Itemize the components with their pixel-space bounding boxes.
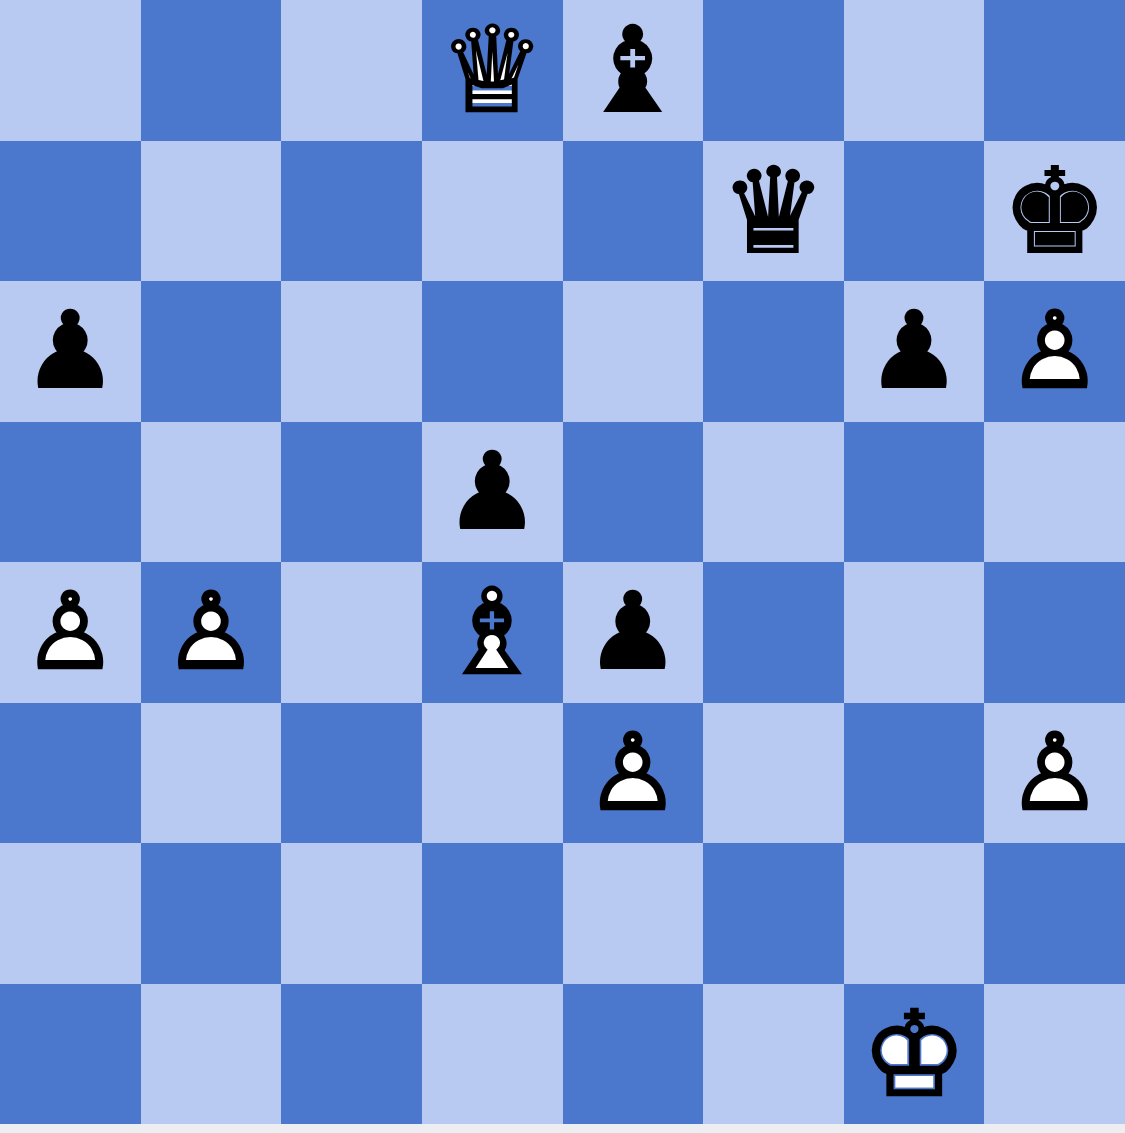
square-a6[interactable]: ♟ xyxy=(0,281,141,422)
square-c1[interactable] xyxy=(281,984,422,1125)
square-g3[interactable] xyxy=(844,703,985,844)
square-a3[interactable] xyxy=(0,703,141,844)
square-e7[interactable] xyxy=(563,141,704,282)
square-e5[interactable] xyxy=(563,422,704,563)
piece-black-bishop[interactable]: ♝ xyxy=(563,0,704,141)
piece-white-bishop[interactable]: ♝♗ xyxy=(422,562,563,703)
square-f1[interactable] xyxy=(703,984,844,1125)
square-g1[interactable]: ♚♔ xyxy=(844,984,985,1125)
square-a5[interactable] xyxy=(0,422,141,563)
black-king-icon: ♚ xyxy=(984,141,1125,282)
square-a7[interactable] xyxy=(0,141,141,282)
square-b2[interactable] xyxy=(141,843,282,984)
square-h7[interactable]: ♚ xyxy=(984,141,1125,282)
square-h6[interactable]: ♟♙ xyxy=(984,281,1125,422)
square-f4[interactable] xyxy=(703,562,844,703)
square-b7[interactable] xyxy=(141,141,282,282)
square-c2[interactable] xyxy=(281,843,422,984)
chess-board: ♛♕♝♛♚♟♟♟♙♟♟♙♟♙♝♗♟♟♙♟♙♚♔ xyxy=(0,0,1125,1124)
square-d6[interactable] xyxy=(422,281,563,422)
square-g8[interactable] xyxy=(844,0,985,141)
square-f3[interactable] xyxy=(703,703,844,844)
square-a2[interactable] xyxy=(0,843,141,984)
square-h3[interactable]: ♟♙ xyxy=(984,703,1125,844)
white-pawn-outline-icon: ♙ xyxy=(984,703,1125,844)
piece-black-pawn[interactable]: ♟ xyxy=(563,562,704,703)
piece-white-pawn[interactable]: ♟♙ xyxy=(0,562,141,703)
piece-black-pawn[interactable]: ♟ xyxy=(422,422,563,563)
square-a4[interactable]: ♟♙ xyxy=(0,562,141,703)
piece-black-pawn[interactable]: ♟ xyxy=(0,281,141,422)
square-a1[interactable] xyxy=(0,984,141,1125)
square-c4[interactable] xyxy=(281,562,422,703)
white-king-outline-icon: ♔ xyxy=(844,984,985,1125)
piece-white-pawn[interactable]: ♟♙ xyxy=(984,703,1125,844)
black-pawn-icon: ♟ xyxy=(844,281,985,422)
square-c5[interactable] xyxy=(281,422,422,563)
piece-black-pawn[interactable]: ♟ xyxy=(844,281,985,422)
black-queen-icon: ♛ xyxy=(703,141,844,282)
square-f2[interactable] xyxy=(703,843,844,984)
square-f7[interactable]: ♛ xyxy=(703,141,844,282)
piece-white-pawn[interactable]: ♟♙ xyxy=(563,703,704,844)
square-a8[interactable] xyxy=(0,0,141,141)
square-c6[interactable] xyxy=(281,281,422,422)
square-d1[interactable] xyxy=(422,984,563,1125)
square-e3[interactable]: ♟♙ xyxy=(563,703,704,844)
chess-app-viewport: ♛♕♝♛♚♟♟♟♙♟♟♙♟♙♝♗♟♟♙♟♙♚♔ xyxy=(0,0,1125,1133)
square-g2[interactable] xyxy=(844,843,985,984)
square-b5[interactable] xyxy=(141,422,282,563)
piece-black-queen[interactable]: ♛ xyxy=(703,141,844,282)
square-f5[interactable] xyxy=(703,422,844,563)
square-f6[interactable] xyxy=(703,281,844,422)
piece-white-queen[interactable]: ♛♕ xyxy=(422,0,563,141)
square-e1[interactable] xyxy=(563,984,704,1125)
black-pawn-icon: ♟ xyxy=(422,422,563,563)
square-c3[interactable] xyxy=(281,703,422,844)
white-pawn-outline-icon: ♙ xyxy=(0,562,141,703)
piece-white-pawn[interactable]: ♟♙ xyxy=(141,562,282,703)
square-d4[interactable]: ♝♗ xyxy=(422,562,563,703)
piece-white-king[interactable]: ♚♔ xyxy=(844,984,985,1125)
square-g4[interactable] xyxy=(844,562,985,703)
square-d3[interactable] xyxy=(422,703,563,844)
square-e6[interactable] xyxy=(563,281,704,422)
square-h8[interactable] xyxy=(984,0,1125,141)
square-c7[interactable] xyxy=(281,141,422,282)
white-pawn-outline-icon: ♙ xyxy=(563,703,704,844)
square-d8[interactable]: ♛♕ xyxy=(422,0,563,141)
square-e4[interactable]: ♟ xyxy=(563,562,704,703)
square-h2[interactable] xyxy=(984,843,1125,984)
square-e8[interactable]: ♝ xyxy=(563,0,704,141)
square-g7[interactable] xyxy=(844,141,985,282)
square-b6[interactable] xyxy=(141,281,282,422)
square-b3[interactable] xyxy=(141,703,282,844)
square-d7[interactable] xyxy=(422,141,563,282)
square-b8[interactable] xyxy=(141,0,282,141)
square-h5[interactable] xyxy=(984,422,1125,563)
square-h1[interactable] xyxy=(984,984,1125,1125)
square-d5[interactable]: ♟ xyxy=(422,422,563,563)
piece-black-king[interactable]: ♚ xyxy=(984,141,1125,282)
square-g5[interactable] xyxy=(844,422,985,563)
white-pawn-outline-icon: ♙ xyxy=(141,562,282,703)
square-b1[interactable] xyxy=(141,984,282,1125)
white-pawn-outline-icon: ♙ xyxy=(984,281,1125,422)
piece-white-pawn[interactable]: ♟♙ xyxy=(984,281,1125,422)
square-b4[interactable]: ♟♙ xyxy=(141,562,282,703)
page-bottom-strip xyxy=(0,1124,1125,1133)
square-d2[interactable] xyxy=(422,843,563,984)
square-e2[interactable] xyxy=(563,843,704,984)
white-bishop-outline-icon: ♗ xyxy=(422,562,563,703)
white-queen-outline-icon: ♕ xyxy=(422,0,563,141)
square-f8[interactable] xyxy=(703,0,844,141)
black-bishop-icon: ♝ xyxy=(563,0,704,141)
square-g6[interactable]: ♟ xyxy=(844,281,985,422)
black-pawn-icon: ♟ xyxy=(0,281,141,422)
square-h4[interactable] xyxy=(984,562,1125,703)
black-pawn-icon: ♟ xyxy=(563,562,704,703)
square-c8[interactable] xyxy=(281,0,422,141)
